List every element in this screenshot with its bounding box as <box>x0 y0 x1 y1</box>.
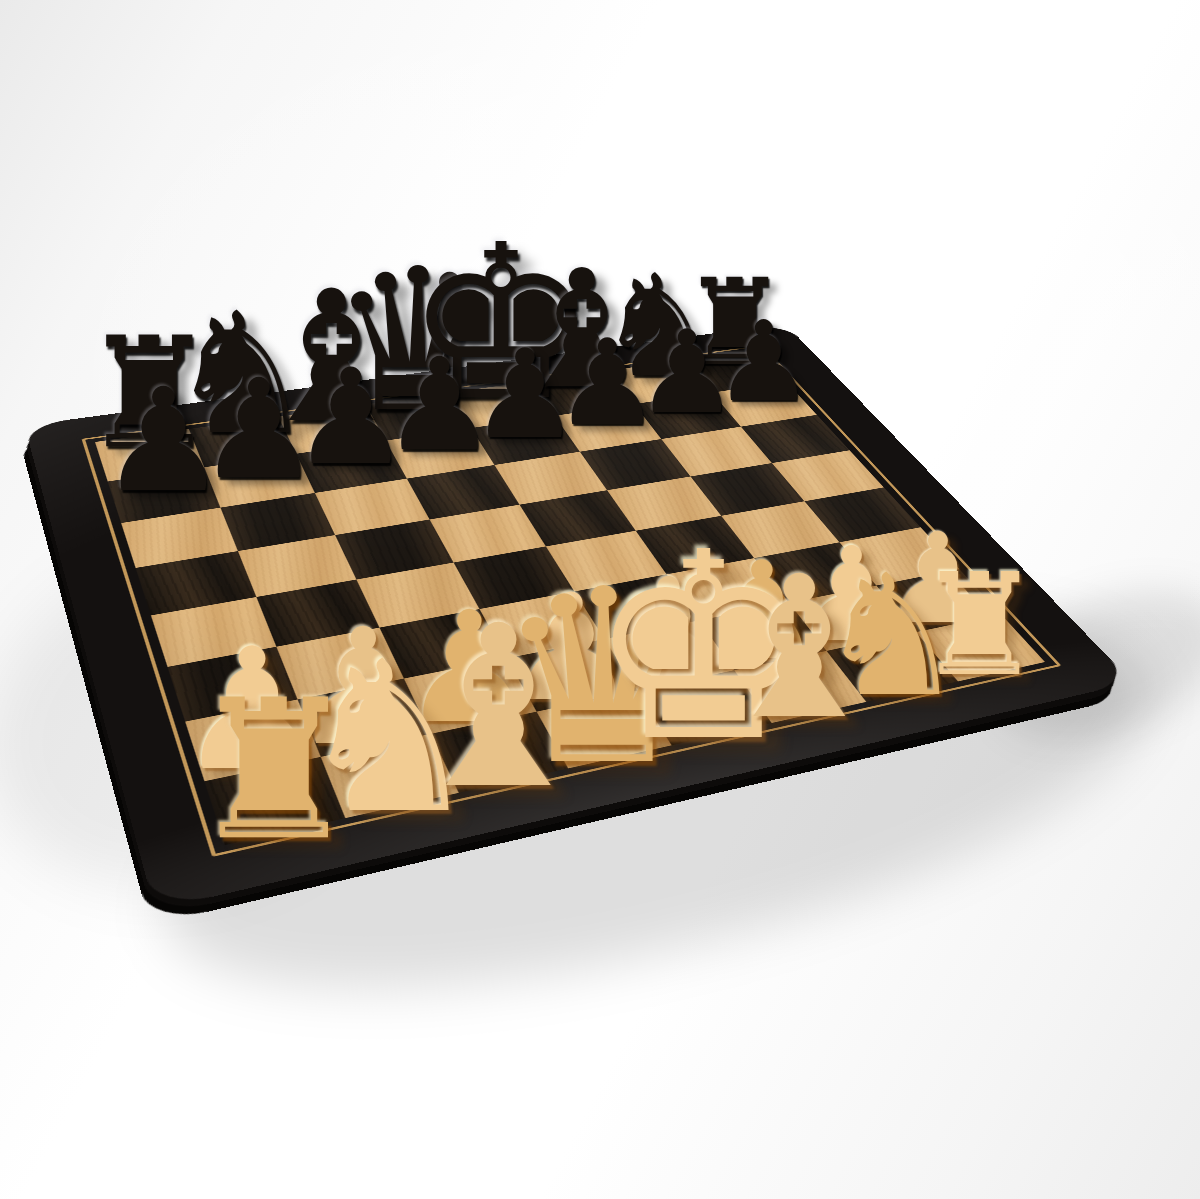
piece-black-pawn-h7[interactable]: ♟ <box>714 307 813 418</box>
piece-white-rook-h1[interactable]: ♜ <box>916 555 1043 697</box>
studio-backdrop: ♜♞♝♛♚♝♞♜♟♟♟♟♟♟♟♟♟♟♟♟♟♟♟♟♜♞♝♛♚♝♞♜ <box>0 0 1200 1199</box>
